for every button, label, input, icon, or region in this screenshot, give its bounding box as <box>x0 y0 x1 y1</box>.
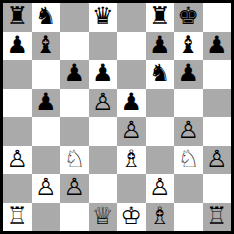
black-pawn: ♟ <box>149 33 171 57</box>
square-b6[interactable] <box>32 60 61 89</box>
square-d5[interactable]: ♙ <box>89 89 118 118</box>
square-a3[interactable]: ♙ <box>3 146 32 175</box>
square-b7[interactable]: ♝ <box>32 32 61 61</box>
square-h1[interactable]: ♖ <box>203 203 232 232</box>
square-b1[interactable] <box>32 203 61 232</box>
square-c6[interactable]: ♟ <box>60 60 89 89</box>
white-pawn: ♙ <box>149 175 171 199</box>
square-g2[interactable] <box>174 174 203 203</box>
square-d7[interactable] <box>89 32 118 61</box>
square-a4[interactable] <box>3 117 32 146</box>
chess-board-frame: ♜♞♛♜♚♟♝♟♝♟♟♟♞♟♟♙♟♙♙♙♘♗♘♙♙♙♙♖♕♔♗♖ <box>0 0 234 234</box>
square-c2[interactable]: ♙ <box>60 174 89 203</box>
white-rook: ♖ <box>6 204 28 228</box>
square-g6[interactable]: ♟ <box>174 60 203 89</box>
black-bishop: ♝ <box>177 33 199 57</box>
square-g3[interactable]: ♘ <box>174 146 203 175</box>
square-b4[interactable] <box>32 117 61 146</box>
black-knight: ♞ <box>149 61 171 85</box>
square-a1[interactable]: ♖ <box>3 203 32 232</box>
square-f1[interactable]: ♗ <box>146 203 175 232</box>
square-d8[interactable]: ♛ <box>89 3 118 32</box>
square-f6[interactable]: ♞ <box>146 60 175 89</box>
square-f7[interactable]: ♟ <box>146 32 175 61</box>
square-f5[interactable] <box>146 89 175 118</box>
white-pawn: ♙ <box>6 147 28 171</box>
black-pawn: ♟ <box>177 61 199 85</box>
square-g1[interactable] <box>174 203 203 232</box>
square-e3[interactable]: ♗ <box>117 146 146 175</box>
black-pawn: ♟ <box>120 90 142 114</box>
black-pawn: ♟ <box>92 61 114 85</box>
square-h8[interactable] <box>203 3 232 32</box>
black-king: ♚ <box>177 4 199 28</box>
black-knight: ♞ <box>35 4 57 28</box>
square-h5[interactable] <box>203 89 232 118</box>
square-e4[interactable]: ♙ <box>117 117 146 146</box>
square-g8[interactable]: ♚ <box>174 3 203 32</box>
white-bishop: ♗ <box>149 204 171 228</box>
black-bishop: ♝ <box>35 33 57 57</box>
square-a8[interactable]: ♜ <box>3 3 32 32</box>
white-pawn: ♙ <box>92 90 114 114</box>
square-f8[interactable]: ♜ <box>146 3 175 32</box>
square-c4[interactable] <box>60 117 89 146</box>
black-queen: ♛ <box>92 4 114 28</box>
square-e2[interactable] <box>117 174 146 203</box>
white-queen: ♕ <box>92 204 114 228</box>
black-rook: ♜ <box>149 4 171 28</box>
white-pawn: ♙ <box>35 175 57 199</box>
square-g4[interactable]: ♙ <box>174 117 203 146</box>
square-d2[interactable] <box>89 174 118 203</box>
square-b8[interactable]: ♞ <box>32 3 61 32</box>
square-b2[interactable]: ♙ <box>32 174 61 203</box>
black-pawn: ♟ <box>63 61 85 85</box>
square-h3[interactable]: ♙ <box>203 146 232 175</box>
square-c7[interactable] <box>60 32 89 61</box>
white-pawn: ♙ <box>120 118 142 142</box>
square-h2[interactable] <box>203 174 232 203</box>
square-e5[interactable]: ♟ <box>117 89 146 118</box>
square-c1[interactable] <box>60 203 89 232</box>
square-g7[interactable]: ♝ <box>174 32 203 61</box>
black-pawn: ♟ <box>6 33 28 57</box>
white-knight: ♘ <box>63 147 85 171</box>
white-bishop: ♗ <box>120 147 142 171</box>
square-h6[interactable] <box>203 60 232 89</box>
white-pawn: ♙ <box>206 147 228 171</box>
square-d3[interactable] <box>89 146 118 175</box>
square-e1[interactable]: ♔ <box>117 203 146 232</box>
white-pawn: ♙ <box>63 175 85 199</box>
square-a5[interactable] <box>3 89 32 118</box>
square-h4[interactable] <box>203 117 232 146</box>
square-f2[interactable]: ♙ <box>146 174 175 203</box>
square-f3[interactable] <box>146 146 175 175</box>
square-b3[interactable] <box>32 146 61 175</box>
white-knight: ♘ <box>177 147 199 171</box>
square-b5[interactable]: ♟ <box>32 89 61 118</box>
white-king: ♔ <box>120 204 142 228</box>
square-c8[interactable] <box>60 3 89 32</box>
square-c3[interactable]: ♘ <box>60 146 89 175</box>
square-e8[interactable] <box>117 3 146 32</box>
square-d4[interactable] <box>89 117 118 146</box>
black-pawn: ♟ <box>35 90 57 114</box>
square-d6[interactable]: ♟ <box>89 60 118 89</box>
square-a2[interactable] <box>3 174 32 203</box>
white-rook: ♖ <box>206 204 228 228</box>
square-a7[interactable]: ♟ <box>3 32 32 61</box>
square-h7[interactable]: ♟ <box>203 32 232 61</box>
square-e6[interactable] <box>117 60 146 89</box>
square-f4[interactable] <box>146 117 175 146</box>
square-a6[interactable] <box>3 60 32 89</box>
white-pawn: ♙ <box>177 118 199 142</box>
black-pawn: ♟ <box>206 33 228 57</box>
square-e7[interactable] <box>117 32 146 61</box>
square-g5[interactable] <box>174 89 203 118</box>
square-c5[interactable] <box>60 89 89 118</box>
square-d1[interactable]: ♕ <box>89 203 118 232</box>
black-rook: ♜ <box>6 4 28 28</box>
chess-board: ♜♞♛♜♚♟♝♟♝♟♟♟♞♟♟♙♟♙♙♙♘♗♘♙♙♙♙♖♕♔♗♖ <box>3 3 231 231</box>
